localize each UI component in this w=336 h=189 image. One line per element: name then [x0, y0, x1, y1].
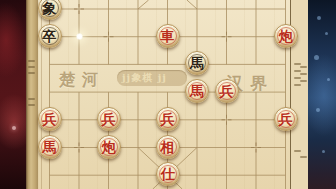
piece-character: 卒: [39, 25, 61, 47]
bokeh-dot: [314, 55, 319, 60]
piece-black-horse-f4[interactable]: 馬: [185, 51, 209, 75]
piece-red-advisor-e8[interactable]: 仕: [156, 162, 180, 186]
bokeh-dot: [325, 32, 328, 35]
xiangqi-game-screen: 楚河 汉界 jj象棋 jj 象卒車炮馬馬兵兵兵兵兵馬炮相仕: [0, 0, 336, 189]
bokeh-dot: [316, 108, 320, 112]
piece-character: 兵: [275, 108, 297, 130]
blurred-right-edge: [308, 0, 336, 189]
bokeh-dot: [317, 16, 321, 20]
piece-character: 炮: [275, 25, 297, 47]
watermark-pill: jj象棋 jj: [117, 70, 187, 86]
piece-red-soldier-i6[interactable]: 兵: [274, 107, 298, 131]
piece-character: 相: [157, 136, 179, 158]
bokeh-dot: [327, 78, 330, 81]
move-highlight-dot: [76, 33, 83, 40]
piece-black-soldier-a3[interactable]: 卒: [38, 24, 62, 48]
piece-character: 仕: [157, 163, 179, 185]
piece-red-soldier-g5[interactable]: 兵: [215, 79, 239, 103]
piece-red-soldier-a6[interactable]: 兵: [38, 107, 62, 131]
river-text-chu-he: 楚河: [59, 70, 105, 91]
piece-red-elephant-e7[interactable]: 相: [156, 135, 180, 159]
light-speck: [12, 126, 16, 130]
piece-character: 兵: [216, 80, 238, 102]
piece-character: 兵: [98, 108, 120, 130]
watermark-text: jj象棋 jj: [117, 70, 187, 86]
piece-red-soldier-e6[interactable]: 兵: [156, 107, 180, 131]
piece-red-chariot-e3[interactable]: 車: [156, 24, 180, 48]
piece-red-horse-f5[interactable]: 馬: [185, 79, 209, 103]
piece-character: 炮: [98, 136, 120, 158]
piece-character: 馬: [39, 136, 61, 158]
bokeh-dot: [322, 150, 325, 153]
piece-red-soldier-c6[interactable]: 兵: [97, 107, 121, 131]
piece-character: 車: [157, 25, 179, 47]
piece-red-cannon-c7[interactable]: 炮: [97, 135, 121, 159]
piece-character: 兵: [39, 108, 61, 130]
piece-black-elephant-a2[interactable]: 象: [38, 0, 62, 20]
board-frame-left: [26, 0, 38, 189]
blurred-left-edge: [0, 0, 26, 189]
piece-character: 象: [39, 0, 61, 19]
piece-character: 兵: [157, 108, 179, 130]
piece-character: 馬: [186, 52, 208, 74]
piece-red-horse-a7[interactable]: 馬: [38, 135, 62, 159]
piece-character: 馬: [186, 80, 208, 102]
piece-red-cannon-i3[interactable]: 炮: [274, 24, 298, 48]
